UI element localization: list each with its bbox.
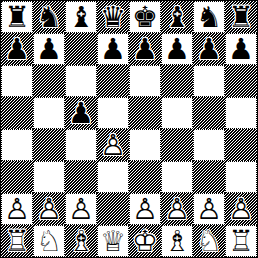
square-g8[interactable]: ♞ — [193, 1, 225, 33]
square-d1[interactable]: ♛♕ — [97, 225, 129, 257]
piece-outline: ♙ — [34, 194, 64, 224]
square-d8[interactable]: ♛ — [97, 1, 129, 33]
square-g4[interactable] — [193, 129, 225, 161]
square-d6[interactable] — [97, 65, 129, 97]
piece-glyph: ♟ — [34, 34, 64, 64]
square-a4[interactable] — [1, 129, 33, 161]
piece-glyph: ♛ — [98, 2, 128, 32]
square-a8[interactable]: ♜ — [1, 1, 33, 33]
chess-board: ♜♞♝♛♚♝♞♜♟♟♟♟♟♟♟♟♟♙♟♙♟♙♟♙♟♙♟♙♟♙♟♙♜♖♞♘♝♗♛♕… — [1, 1, 257, 257]
white-pawn-icon[interactable]: ♟♙ — [98, 130, 128, 160]
white-pawn-icon[interactable]: ♟♙ — [34, 194, 64, 224]
white-pawn-icon[interactable]: ♟♙ — [226, 194, 256, 224]
square-b6[interactable] — [33, 65, 65, 97]
white-rook-icon[interactable]: ♜♖ — [2, 226, 32, 256]
square-b1[interactable]: ♞♘ — [33, 225, 65, 257]
piece-glyph: ♟ — [226, 34, 256, 64]
white-pawn-icon[interactable]: ♟♙ — [66, 194, 96, 224]
black-pawn-icon[interactable]: ♟ — [66, 98, 96, 128]
square-b4[interactable] — [33, 129, 65, 161]
white-rook-icon[interactable]: ♜♖ — [226, 226, 256, 256]
square-d2[interactable] — [97, 193, 129, 225]
square-h7[interactable]: ♟ — [225, 33, 257, 65]
square-e5[interactable] — [129, 97, 161, 129]
square-g2[interactable]: ♟♙ — [193, 193, 225, 225]
piece-glyph: ♜ — [226, 2, 256, 32]
piece-glyph: ♟ — [98, 34, 128, 64]
white-knight-icon[interactable]: ♞♘ — [194, 226, 224, 256]
black-pawn-icon[interactable]: ♟ — [34, 34, 64, 64]
white-pawn-icon[interactable]: ♟♙ — [194, 194, 224, 224]
square-b7[interactable]: ♟ — [33, 33, 65, 65]
square-a5[interactable] — [1, 97, 33, 129]
piece-glyph: ♟ — [162, 34, 192, 64]
square-d4[interactable]: ♟♙ — [97, 129, 129, 161]
piece-outline: ♗ — [162, 226, 192, 256]
white-pawn-icon[interactable]: ♟♙ — [162, 194, 192, 224]
white-knight-icon[interactable]: ♞♘ — [34, 226, 64, 256]
square-b8[interactable]: ♞ — [33, 1, 65, 33]
square-e4[interactable] — [129, 129, 161, 161]
square-c3[interactable] — [65, 161, 97, 193]
square-a1[interactable]: ♜♖ — [1, 225, 33, 257]
black-pawn-icon[interactable]: ♟ — [98, 34, 128, 64]
black-knight-icon[interactable]: ♞ — [194, 2, 224, 32]
square-g6[interactable] — [193, 65, 225, 97]
black-pawn-icon[interactable]: ♟ — [162, 34, 192, 64]
square-g5[interactable] — [193, 97, 225, 129]
square-h2[interactable]: ♟♙ — [225, 193, 257, 225]
square-f3[interactable] — [161, 161, 193, 193]
square-c2[interactable]: ♟♙ — [65, 193, 97, 225]
square-e3[interactable] — [129, 161, 161, 193]
square-b3[interactable] — [33, 161, 65, 193]
piece-glyph: ♜ — [2, 2, 32, 32]
square-b5[interactable] — [33, 97, 65, 129]
square-c4[interactable] — [65, 129, 97, 161]
square-a3[interactable] — [1, 161, 33, 193]
piece-outline: ♙ — [66, 194, 96, 224]
square-e6[interactable] — [129, 65, 161, 97]
square-e7[interactable]: ♟ — [129, 33, 161, 65]
piece-glyph: ♟ — [66, 98, 96, 128]
square-c8[interactable]: ♝ — [65, 1, 97, 33]
square-f7[interactable]: ♟ — [161, 33, 193, 65]
piece-glyph: ♞ — [194, 2, 224, 32]
piece-outline: ♙ — [2, 194, 32, 224]
black-rook-icon[interactable]: ♜ — [226, 2, 256, 32]
piece-outline: ♙ — [130, 194, 160, 224]
square-c7[interactable] — [65, 33, 97, 65]
square-h1[interactable]: ♜♖ — [225, 225, 257, 257]
square-f6[interactable] — [161, 65, 193, 97]
piece-outline: ♙ — [226, 194, 256, 224]
black-king-icon[interactable]: ♚ — [130, 2, 160, 32]
black-queen-icon[interactable]: ♛ — [98, 2, 128, 32]
square-e2[interactable]: ♟♙ — [129, 193, 161, 225]
white-queen-icon[interactable]: ♛♕ — [98, 226, 128, 256]
chess-board-frame: ♜♞♝♛♚♝♞♜♟♟♟♟♟♟♟♟♟♙♟♙♟♙♟♙♟♙♟♙♟♙♟♙♜♖♞♘♝♗♛♕… — [0, 0, 258, 258]
piece-outline: ♙ — [194, 194, 224, 224]
black-knight-icon[interactable]: ♞ — [34, 2, 64, 32]
piece-outline: ♗ — [66, 226, 96, 256]
white-bishop-icon[interactable]: ♝♗ — [162, 226, 192, 256]
square-a6[interactable] — [1, 65, 33, 97]
square-h3[interactable] — [225, 161, 257, 193]
square-f8[interactable]: ♝ — [161, 1, 193, 33]
square-g1[interactable]: ♞♘ — [193, 225, 225, 257]
piece-outline: ♔ — [130, 226, 160, 256]
piece-outline: ♕ — [98, 226, 128, 256]
black-bishop-icon[interactable]: ♝ — [162, 2, 192, 32]
square-c5[interactable]: ♟ — [65, 97, 97, 129]
piece-glyph: ♝ — [66, 2, 96, 32]
square-g7[interactable]: ♟ — [193, 33, 225, 65]
black-bishop-icon[interactable]: ♝ — [66, 2, 96, 32]
white-pawn-icon[interactable]: ♟♙ — [130, 194, 160, 224]
square-e8[interactable]: ♚ — [129, 1, 161, 33]
white-bishop-icon[interactable]: ♝♗ — [66, 226, 96, 256]
square-a7[interactable]: ♟ — [1, 33, 33, 65]
piece-outline: ♙ — [162, 194, 192, 224]
piece-outline: ♖ — [2, 226, 32, 256]
square-a2[interactable]: ♟♙ — [1, 193, 33, 225]
square-h4[interactable] — [225, 129, 257, 161]
square-d5[interactable] — [97, 97, 129, 129]
square-b2[interactable]: ♟♙ — [33, 193, 65, 225]
square-f1[interactable]: ♝♗ — [161, 225, 193, 257]
square-h5[interactable] — [225, 97, 257, 129]
square-f5[interactable] — [161, 97, 193, 129]
piece-outline: ♘ — [194, 226, 224, 256]
piece-glyph: ♝ — [162, 2, 192, 32]
square-h6[interactable] — [225, 65, 257, 97]
black-pawn-icon[interactable]: ♟ — [2, 34, 32, 64]
piece-glyph: ♟ — [2, 34, 32, 64]
piece-outline: ♙ — [98, 130, 128, 160]
square-h8[interactable]: ♜ — [225, 1, 257, 33]
piece-outline: ♖ — [226, 226, 256, 256]
black-pawn-icon[interactable]: ♟ — [194, 34, 224, 64]
square-d7[interactable]: ♟ — [97, 33, 129, 65]
piece-glyph: ♟ — [130, 34, 160, 64]
black-rook-icon[interactable]: ♜ — [2, 2, 32, 32]
square-d3[interactable] — [97, 161, 129, 193]
square-f4[interactable] — [161, 129, 193, 161]
black-pawn-icon[interactable]: ♟ — [130, 34, 160, 64]
piece-outline: ♘ — [34, 226, 64, 256]
square-g3[interactable] — [193, 161, 225, 193]
piece-glyph: ♟ — [194, 34, 224, 64]
black-pawn-icon[interactable]: ♟ — [226, 34, 256, 64]
piece-glyph: ♚ — [130, 2, 160, 32]
square-e1[interactable]: ♚♔ — [129, 225, 161, 257]
square-c6[interactable] — [65, 65, 97, 97]
piece-glyph: ♞ — [34, 2, 64, 32]
square-f2[interactable]: ♟♙ — [161, 193, 193, 225]
square-c1[interactable]: ♝♗ — [65, 225, 97, 257]
white-king-icon[interactable]: ♚♔ — [130, 226, 160, 256]
white-pawn-icon[interactable]: ♟♙ — [2, 194, 32, 224]
